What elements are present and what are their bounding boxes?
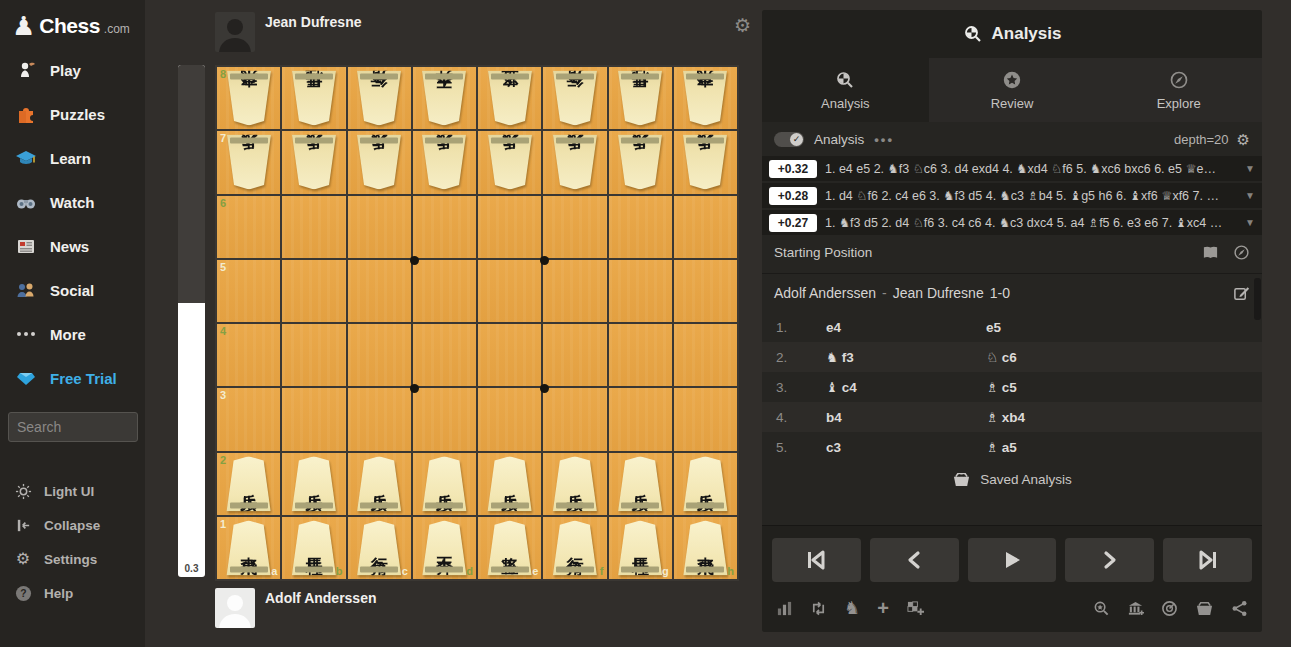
square-d4[interactable] bbox=[413, 324, 476, 386]
engine-lines: +0.321. e4 e5 2. ♞f3 ♘c6 3. d4 exd4 4. ♞… bbox=[762, 156, 1262, 235]
people-icon bbox=[14, 278, 38, 302]
move-list: 1.e4e52.♞ f3♘ c63.♝ c4♗ c54.b4♗ xb45.c3♗… bbox=[762, 312, 1262, 462]
sidebar-item-collapse[interactable]: Collapse bbox=[0, 508, 145, 542]
piece-kanji: 角行 bbox=[371, 96, 388, 100]
board-star-point bbox=[540, 256, 549, 265]
white-move[interactable]: c3 bbox=[826, 440, 986, 455]
piece-kanji: 飛車 bbox=[697, 96, 714, 100]
square-e6[interactable] bbox=[478, 196, 541, 258]
evaluation-bar: 0.3 bbox=[178, 65, 205, 577]
rank-label: 7 bbox=[220, 133, 226, 144]
square-e4[interactable] bbox=[478, 324, 541, 386]
white-bishop[interactable]: 角行 bbox=[550, 520, 600, 575]
black-bishop[interactable]: 角行 bbox=[550, 71, 600, 126]
white-bishop[interactable]: 角行 bbox=[354, 520, 404, 575]
square-h1[interactable]: h飛車 bbox=[674, 517, 737, 579]
piece-kanji: 歩兵 bbox=[371, 482, 388, 486]
piece-kanji: 奔王 bbox=[436, 546, 453, 550]
bottom-player-name[interactable]: Adolf Anderssen bbox=[265, 590, 377, 606]
piece-kanji: 角行 bbox=[566, 96, 583, 100]
panel-navbar: ♞ + bbox=[762, 525, 1262, 632]
square-a8[interactable]: 8飛車 bbox=[217, 67, 280, 129]
black-move[interactable]: ♘ c6 bbox=[986, 349, 1262, 365]
black-knight[interactable]: 桂馬 bbox=[615, 71, 665, 126]
piece-kanji: 桂馬 bbox=[632, 96, 649, 100]
engine-menu-dots[interactable]: ••• bbox=[874, 132, 894, 147]
game-result: 1-0 bbox=[990, 285, 1010, 301]
move-number: 3. bbox=[776, 380, 826, 395]
piece-kanji: 歩兵 bbox=[240, 160, 257, 164]
eval-chip: +0.27 bbox=[769, 214, 817, 232]
sidebar-item-news[interactable]: News bbox=[0, 224, 145, 268]
starting-position-label: Starting Position bbox=[774, 245, 872, 260]
square-c6[interactable] bbox=[348, 196, 411, 258]
more-dots-icon bbox=[14, 322, 38, 346]
piece-kanji: 歩兵 bbox=[566, 160, 583, 164]
logo-suffix: .com bbox=[104, 22, 130, 36]
library-add-icon[interactable] bbox=[1127, 600, 1144, 617]
square-e8[interactable]: 玉将 bbox=[478, 67, 541, 129]
line-moves: 1. d4 ♘f6 2. c4 e6 3. ♞f3 d5 4. ♞c3 ♗b4 … bbox=[825, 188, 1237, 203]
square-a3[interactable]: 3 bbox=[217, 388, 280, 450]
review-star-icon bbox=[1002, 70, 1022, 90]
expand-chevron-icon[interactable]: ▼ bbox=[1245, 217, 1255, 228]
sidebar-item-watch[interactable]: Watch bbox=[0, 180, 145, 224]
square-b8[interactable]: 桂馬 bbox=[282, 67, 345, 129]
engine-line-2[interactable]: +0.281. d4 ♘f6 2. c4 e6 3. ♞f3 d5 4. ♞c3… bbox=[762, 183, 1262, 208]
analysis-toggle[interactable]: ✓ bbox=[774, 132, 804, 147]
depth-label: depth=20 bbox=[1174, 132, 1229, 147]
white-knight[interactable]: 桂馬 bbox=[289, 520, 339, 575]
gear-icon: ⚙ bbox=[14, 550, 32, 568]
rank-label: 6 bbox=[220, 198, 226, 209]
piece-kanji: 歩兵 bbox=[436, 160, 453, 164]
black-pawn[interactable]: 歩兵 bbox=[224, 135, 274, 190]
file-label: h bbox=[727, 566, 734, 577]
play-moves-button[interactable] bbox=[968, 538, 1057, 582]
eval-chip: +0.32 bbox=[769, 160, 817, 178]
square-f6[interactable] bbox=[543, 196, 606, 258]
square-e5[interactable] bbox=[478, 260, 541, 322]
square-g6[interactable] bbox=[609, 196, 672, 258]
black-move[interactable]: ♗ xb4 bbox=[986, 409, 1262, 425]
tab-label: Analysis bbox=[821, 96, 869, 111]
go-to-start-button[interactable] bbox=[772, 538, 861, 582]
square-h2[interactable]: 歩兵 bbox=[674, 453, 737, 515]
add-icon[interactable]: + bbox=[877, 598, 889, 618]
toggle-check-icon: ✓ bbox=[790, 133, 803, 146]
piece-kanji: 歩兵 bbox=[566, 482, 583, 486]
line-moves: 1. e4 e5 2. ♞f3 ♘c6 3. d4 exd4 4. ♞xd4 ♘… bbox=[825, 161, 1237, 176]
white-pawn[interactable]: 歩兵 bbox=[419, 456, 469, 511]
top-player-avatar[interactable] bbox=[215, 12, 255, 52]
piece-kanji: 歩兵 bbox=[501, 482, 518, 486]
black-pawn[interactable]: 歩兵 bbox=[680, 135, 730, 190]
black-player-name: Jean Dufresne bbox=[893, 285, 984, 301]
piece-kanji: 歩兵 bbox=[240, 482, 257, 486]
black-rook[interactable]: 飛車 bbox=[224, 71, 274, 126]
square-f4[interactable] bbox=[543, 324, 606, 386]
file-label: c bbox=[402, 566, 408, 577]
square-b3[interactable] bbox=[282, 388, 345, 450]
move-number: 4. bbox=[776, 410, 826, 425]
move-row-4: 4.b4♗ xb4 bbox=[762, 402, 1262, 432]
square-c8[interactable]: 角行 bbox=[348, 67, 411, 129]
square-d5[interactable] bbox=[413, 260, 476, 322]
white-queen[interactable]: 奔王 bbox=[419, 520, 469, 575]
engine-line-3[interactable]: +0.271. ♞f3 d5 2. d4 ♘f6 3. c4 c6 4. ♞c3… bbox=[762, 210, 1262, 235]
tab-label: Review bbox=[991, 96, 1034, 111]
white-pawn[interactable]: 歩兵 bbox=[485, 456, 535, 511]
expand-chevron-icon[interactable]: ▼ bbox=[1245, 163, 1255, 174]
saved-analysis-label: Saved Analysis bbox=[980, 472, 1072, 487]
diamond-icon bbox=[14, 366, 38, 390]
black-pawn[interactable]: 歩兵 bbox=[354, 135, 404, 190]
move-list-scrollbar[interactable] bbox=[1254, 278, 1261, 320]
black-king[interactable]: 玉将 bbox=[485, 71, 535, 126]
square-e2[interactable]: 歩兵 bbox=[478, 453, 541, 515]
previous-move-button[interactable] bbox=[870, 538, 959, 582]
square-f1[interactable]: f角行 bbox=[543, 517, 606, 579]
sidebar-item-light-ui[interactable]: Light UI bbox=[0, 474, 145, 508]
saved-analysis-box-icon bbox=[952, 471, 971, 488]
move-row-5: 5.c3♗ a5 bbox=[762, 432, 1262, 462]
util-item-label: Help bbox=[44, 586, 73, 601]
sidebar-item-label: Play bbox=[50, 62, 81, 79]
sidebar-item-learn[interactable]: Learn bbox=[0, 136, 145, 180]
tab-analysis[interactable]: Analysis bbox=[762, 58, 929, 122]
square-b7[interactable]: 歩兵 bbox=[282, 131, 345, 193]
white-knight[interactable]: 桂馬 bbox=[615, 520, 665, 575]
file-label: a bbox=[271, 566, 277, 577]
square-c2[interactable]: 歩兵 bbox=[348, 453, 411, 515]
sidebar: ♟ Chess .com Play Puzzles Learn Watch Ne… bbox=[0, 0, 145, 647]
square-h4[interactable] bbox=[674, 324, 737, 386]
square-h8[interactable]: 飛車 bbox=[674, 67, 737, 129]
white-rook[interactable]: 飛車 bbox=[224, 520, 274, 575]
sidebar-item-play[interactable]: Play bbox=[0, 48, 145, 92]
piece-kanji: 玉将 bbox=[501, 96, 518, 100]
sidebar-item-label: Puzzles bbox=[50, 106, 105, 123]
black-move[interactable]: e5 bbox=[986, 320, 1262, 335]
piece-kanji: 歩兵 bbox=[501, 160, 518, 164]
piece-kanji: 角行 bbox=[566, 546, 583, 550]
tab-label: Explore bbox=[1157, 96, 1201, 111]
evaluation-bar-black-part bbox=[178, 65, 205, 303]
flip-board-icon[interactable] bbox=[810, 600, 827, 617]
collapse-icon bbox=[14, 516, 32, 534]
square-a4[interactable]: 4 bbox=[217, 324, 280, 386]
square-g8[interactable]: 桂馬 bbox=[609, 67, 672, 129]
panel-title: Analysis bbox=[992, 24, 1062, 44]
square-c1[interactable]: c角行 bbox=[348, 517, 411, 579]
square-e7[interactable]: 歩兵 bbox=[478, 131, 541, 193]
piece-kanji: 桂馬 bbox=[632, 546, 649, 550]
black-pawn[interactable]: 歩兵 bbox=[485, 135, 535, 190]
explore-target-icon[interactable] bbox=[1161, 600, 1178, 617]
file-label: d bbox=[466, 566, 473, 577]
square-a1[interactable]: 1a飛車 bbox=[217, 517, 280, 579]
white-move[interactable]: e4 bbox=[826, 320, 986, 335]
rank-label: 2 bbox=[220, 455, 226, 466]
file-label: f bbox=[600, 566, 604, 577]
analysis-magnifier-icon bbox=[963, 24, 983, 44]
square-d2[interactable]: 歩兵 bbox=[413, 453, 476, 515]
util-item-label: Collapse bbox=[44, 518, 100, 533]
square-a5[interactable]: 5 bbox=[217, 260, 280, 322]
black-bishop[interactable]: 角行 bbox=[354, 71, 404, 126]
move-number: 1. bbox=[776, 320, 826, 335]
sidebar-item-help[interactable]: ? Help bbox=[0, 576, 145, 610]
rank-label: 4 bbox=[220, 326, 226, 337]
rank-label: 3 bbox=[220, 390, 226, 401]
move-number: 5. bbox=[776, 440, 826, 455]
white-move[interactable]: b4 bbox=[826, 410, 986, 425]
square-c4[interactable] bbox=[348, 324, 411, 386]
line-moves: 1. ♞f3 d5 2. d4 ♘f6 3. c4 c6 4. ♞c3 dxc4… bbox=[825, 215, 1237, 230]
white-player-name: Adolf Anderssen bbox=[774, 285, 876, 301]
file-label: g bbox=[662, 566, 669, 577]
black-pawn[interactable]: 歩兵 bbox=[615, 135, 665, 190]
white-king[interactable]: 玉将 bbox=[485, 520, 535, 575]
square-b5[interactable] bbox=[282, 260, 345, 322]
board-star-point bbox=[410, 384, 419, 393]
sidebar-item-more[interactable]: More bbox=[0, 312, 145, 356]
panel-tabs: Analysis Review Explore bbox=[762, 58, 1262, 122]
piece-kanji: 飛車 bbox=[697, 546, 714, 550]
piece-kanji: 歩兵 bbox=[305, 160, 322, 164]
explore-compass-icon bbox=[1169, 70, 1189, 90]
top-player-name[interactable]: Jean Dufresne bbox=[265, 14, 361, 30]
square-e1[interactable]: e玉将 bbox=[478, 517, 541, 579]
square-a7[interactable]: 7歩兵 bbox=[217, 131, 280, 193]
square-h7[interactable]: 歩兵 bbox=[674, 131, 737, 193]
file-label: e bbox=[532, 566, 538, 577]
square-g2[interactable]: 歩兵 bbox=[609, 453, 672, 515]
rank-label: 1 bbox=[220, 519, 226, 530]
analysis-tab-icon bbox=[835, 70, 855, 90]
help-icon: ? bbox=[14, 584, 32, 602]
piece-kanji: 玉将 bbox=[501, 546, 518, 550]
explore-compass-small-icon[interactable] bbox=[1233, 244, 1250, 261]
analysis-panel: Analysis Analysis Review Explore ✓ Analy… bbox=[762, 10, 1262, 632]
expand-chevron-icon[interactable]: ▼ bbox=[1245, 190, 1255, 201]
square-b6[interactable] bbox=[282, 196, 345, 258]
square-h6[interactable] bbox=[674, 196, 737, 258]
panel-header: Analysis bbox=[762, 10, 1262, 58]
square-e3[interactable] bbox=[478, 388, 541, 450]
engine-line-1[interactable]: +0.321. e4 e5 2. ♞f3 ♘c6 3. d4 exd4 4. ♞… bbox=[762, 156, 1262, 181]
white-pawn[interactable]: 歩兵 bbox=[354, 456, 404, 511]
game-header-row[interactable]: Adolf Anderssen - Jean Dufresne 1-0 bbox=[762, 273, 1262, 312]
board-settings-gear-icon[interactable]: ⚙ bbox=[734, 16, 751, 35]
square-d1[interactable]: d奔王 bbox=[413, 517, 476, 579]
starting-position-row[interactable]: Starting Position bbox=[762, 237, 1262, 267]
square-f2[interactable]: 歩兵 bbox=[543, 453, 606, 515]
board: 8飛車桂馬角行奔王玉将角行桂馬飛車7歩兵歩兵歩兵歩兵歩兵歩兵歩兵歩兵65432歩… bbox=[215, 65, 739, 581]
square-f5[interactable] bbox=[543, 260, 606, 322]
white-pawn[interactable]: 歩兵 bbox=[615, 456, 665, 511]
tab-review[interactable]: Review bbox=[929, 58, 1096, 122]
engine-settings-gear-icon[interactable]: ⚙ bbox=[1237, 132, 1250, 147]
opening-book-icon[interactable] bbox=[1202, 244, 1219, 261]
square-h5[interactable] bbox=[674, 260, 737, 322]
engine-toggle-row: ✓ Analysis ••• depth=20 ⚙ bbox=[762, 122, 1262, 156]
square-d8[interactable]: 奔王 bbox=[413, 67, 476, 129]
piece-kanji: 歩兵 bbox=[305, 482, 322, 486]
rank-label: 5 bbox=[220, 262, 226, 273]
square-b4[interactable] bbox=[282, 324, 345, 386]
evaluation-chart-icon[interactable] bbox=[776, 600, 793, 617]
black-move[interactable]: ♗ c5 bbox=[986, 379, 1262, 395]
binoculars-icon bbox=[14, 190, 38, 214]
black-rook[interactable]: 飛車 bbox=[680, 71, 730, 126]
square-f3[interactable] bbox=[543, 388, 606, 450]
piece-kanji: 歩兵 bbox=[632, 482, 649, 486]
sidebar-item-free-trial[interactable]: Free Trial bbox=[0, 356, 145, 400]
tab-explore[interactable]: Explore bbox=[1095, 58, 1262, 122]
black-pawn[interactable]: 歩兵 bbox=[550, 135, 600, 190]
logo-text: Chess bbox=[39, 14, 100, 38]
top-player-row: Jean Dufresne bbox=[215, 12, 361, 52]
sidebar-item-label: Watch bbox=[50, 194, 94, 211]
square-c7[interactable]: 歩兵 bbox=[348, 131, 411, 193]
black-move[interactable]: ♗ a5 bbox=[986, 439, 1262, 455]
sidebar-item-label: Social bbox=[50, 282, 94, 299]
file-label: b bbox=[336, 566, 343, 577]
square-d6[interactable] bbox=[413, 196, 476, 258]
piece-kanji: 歩兵 bbox=[697, 160, 714, 164]
square-f7[interactable]: 歩兵 bbox=[543, 131, 606, 193]
white-move[interactable]: ♝ c4 bbox=[826, 379, 986, 395]
saved-analysis-button[interactable]: Saved Analysis bbox=[762, 462, 1262, 496]
piece-kanji: 桂馬 bbox=[305, 546, 322, 550]
piece-kanji: 歩兵 bbox=[371, 160, 388, 164]
practice-pieces-icon[interactable]: ♞ bbox=[844, 599, 860, 617]
square-g1[interactable]: g桂馬 bbox=[609, 517, 672, 579]
square-c3[interactable] bbox=[348, 388, 411, 450]
square-d3[interactable] bbox=[413, 388, 476, 450]
search-input[interactable] bbox=[8, 412, 138, 442]
util-item-label: Light UI bbox=[44, 484, 94, 499]
move-row-3: 3.♝ c4♗ c5 bbox=[762, 372, 1262, 402]
sidebar-item-social[interactable]: Social bbox=[0, 268, 145, 312]
white-move[interactable]: ♞ f3 bbox=[826, 349, 986, 365]
piece-kanji: 歩兵 bbox=[697, 482, 714, 486]
white-pawn[interactable]: 歩兵 bbox=[224, 456, 274, 511]
eval-chip: +0.28 bbox=[769, 187, 817, 205]
white-pawn[interactable]: 歩兵 bbox=[289, 456, 339, 511]
piece-kanji: 飛車 bbox=[240, 96, 257, 100]
sidebar-item-settings[interactable]: ⚙ Settings bbox=[0, 542, 145, 576]
go-to-end-button[interactable] bbox=[1163, 538, 1252, 582]
square-g3[interactable] bbox=[609, 388, 672, 450]
board-star-point bbox=[540, 384, 549, 393]
piece-kanji: 飛車 bbox=[240, 546, 257, 550]
square-a6[interactable]: 6 bbox=[217, 196, 280, 258]
square-c5[interactable] bbox=[348, 260, 411, 322]
sun-icon bbox=[14, 482, 32, 500]
white-rook[interactable]: 飛車 bbox=[680, 520, 730, 575]
puzzle-icon bbox=[14, 102, 38, 126]
piece-kanji: 奔王 bbox=[436, 96, 453, 100]
setup-board-icon[interactable] bbox=[906, 600, 925, 617]
square-b2[interactable]: 歩兵 bbox=[282, 453, 345, 515]
graduation-cap-icon bbox=[14, 146, 38, 170]
bottom-player-row: Adolf Anderssen bbox=[215, 588, 377, 628]
sidebar-item-label: News bbox=[50, 238, 89, 255]
piece-kanji: 歩兵 bbox=[632, 160, 649, 164]
game-report-magnifier-icon[interactable] bbox=[1093, 600, 1110, 617]
square-g7[interactable]: 歩兵 bbox=[609, 131, 672, 193]
share-icon[interactable] bbox=[1231, 600, 1248, 617]
square-g5[interactable] bbox=[609, 260, 672, 322]
square-d7[interactable]: 歩兵 bbox=[413, 131, 476, 193]
saved-box-icon[interactable] bbox=[1195, 600, 1214, 617]
black-pawn[interactable]: 歩兵 bbox=[289, 135, 339, 190]
square-h3[interactable] bbox=[674, 388, 737, 450]
square-f8[interactable]: 角行 bbox=[543, 67, 606, 129]
players-dash: - bbox=[882, 285, 887, 301]
white-pawn[interactable]: 歩兵 bbox=[550, 456, 600, 511]
bottom-player-avatar[interactable] bbox=[215, 588, 255, 628]
play-pawn-icon bbox=[14, 58, 38, 82]
black-knight[interactable]: 桂馬 bbox=[289, 71, 339, 126]
next-move-button[interactable] bbox=[1065, 538, 1154, 582]
sidebar-item-label: Learn bbox=[50, 150, 91, 167]
sidebar-item-label: Free Trial bbox=[50, 370, 117, 387]
black-queen[interactable]: 奔王 bbox=[419, 71, 469, 126]
board-star-point bbox=[410, 256, 419, 265]
white-pawn[interactable]: 歩兵 bbox=[680, 456, 730, 511]
chesscom-logo[interactable]: ♟ Chess .com bbox=[0, 0, 145, 48]
newspaper-icon bbox=[14, 234, 38, 258]
sidebar-item-label: More bbox=[50, 326, 86, 343]
piece-kanji: 角行 bbox=[371, 546, 388, 550]
rank-label: 8 bbox=[220, 69, 226, 80]
engine-toggle-label: Analysis bbox=[814, 132, 864, 147]
move-row-1: 1.e4e5 bbox=[762, 312, 1262, 342]
util-item-label: Settings bbox=[44, 552, 97, 567]
edit-game-icon[interactable] bbox=[1233, 285, 1250, 302]
square-b1[interactable]: b桂馬 bbox=[282, 517, 345, 579]
sidebar-item-puzzles[interactable]: Puzzles bbox=[0, 92, 145, 136]
move-row-2: 2.♞ f3♘ c6 bbox=[762, 342, 1262, 372]
piece-kanji: 歩兵 bbox=[436, 482, 453, 486]
piece-kanji: 桂馬 bbox=[305, 96, 322, 100]
chesscom-pawn-icon: ♟ bbox=[12, 15, 35, 37]
svg-text:?: ? bbox=[20, 588, 26, 599]
move-number: 2. bbox=[776, 350, 826, 365]
evaluation-value: 0.3 bbox=[178, 563, 205, 574]
square-g4[interactable] bbox=[609, 324, 672, 386]
square-a2[interactable]: 2歩兵 bbox=[217, 453, 280, 515]
black-pawn[interactable]: 歩兵 bbox=[419, 135, 469, 190]
